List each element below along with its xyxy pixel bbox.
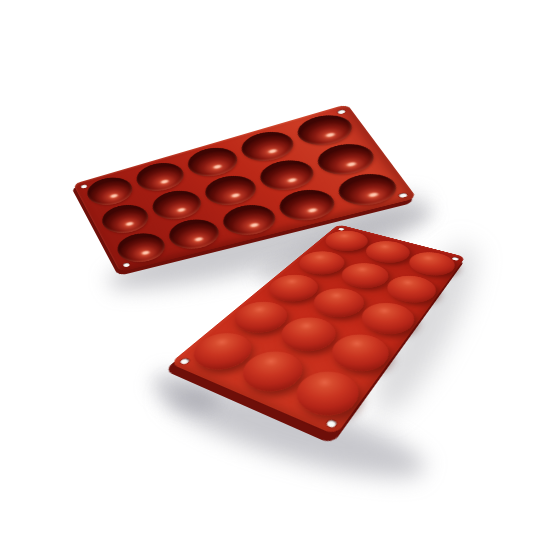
cavity-cell [147,186,208,224]
cavity-cell [97,200,155,237]
corner-hole [178,357,190,364]
product-photo [0,0,533,533]
cavity-cell [272,185,342,225]
corner-hole [122,262,130,267]
corner-hole [336,109,345,114]
cavity-cell [163,215,226,254]
corner-hole [325,418,338,427]
cavity-cell [216,200,282,240]
corner-hole [397,192,407,198]
corner-hole [80,184,87,189]
cavity-cell [112,229,171,267]
